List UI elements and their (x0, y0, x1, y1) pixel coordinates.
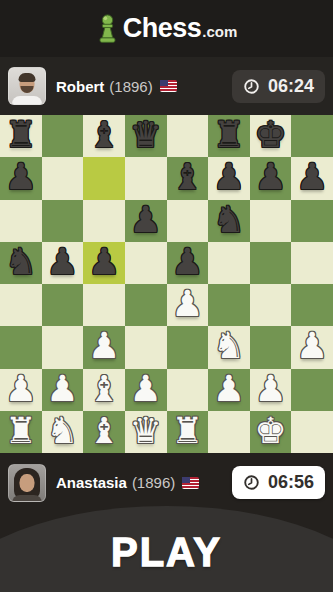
square-e4[interactable]: ♟ (167, 284, 209, 326)
square-g1[interactable]: ♚ (250, 411, 292, 453)
bottom-player-avatar[interactable] (8, 464, 46, 502)
square-g3[interactable] (250, 326, 292, 368)
square-g7[interactable]: ♟ (250, 157, 292, 199)
square-c7[interactable] (83, 157, 125, 199)
square-f6[interactable]: ♞ (208, 200, 250, 242)
piece-white-pawn[interactable]: ♟ (171, 286, 203, 322)
chess-app: Chess .com Robert (1896) 06:24 ♜♝♛♜♚♟♝♟♟… (0, 0, 333, 592)
lower-panel: Anastasia (1896) 06:56 PLAY (0, 453, 333, 592)
app-header: Chess .com (0, 0, 333, 57)
square-h6[interactable] (291, 200, 333, 242)
bottom-player-bar: Anastasia (1896) 06:56 (0, 453, 333, 512)
square-b5[interactable]: ♟ (42, 242, 84, 284)
square-a6[interactable] (0, 200, 42, 242)
square-e6[interactable] (167, 200, 209, 242)
piece-white-rook[interactable]: ♜ (5, 413, 37, 449)
square-f1[interactable] (208, 411, 250, 453)
piece-white-pawn[interactable]: ♟ (46, 371, 78, 407)
piece-white-king[interactable]: ♚ (254, 413, 286, 449)
square-c6[interactable] (83, 200, 125, 242)
square-a7[interactable]: ♟ (0, 157, 42, 199)
square-c1[interactable]: ♝ (83, 411, 125, 453)
clock-icon (243, 78, 260, 95)
piece-black-knight[interactable]: ♞ (5, 244, 37, 280)
square-g5[interactable] (250, 242, 292, 284)
square-b6[interactable] (42, 200, 84, 242)
piece-black-pawn[interactable]: ♟ (171, 244, 203, 280)
square-c2[interactable]: ♝ (83, 369, 125, 411)
square-c4[interactable] (83, 284, 125, 326)
square-d6[interactable]: ♟ (125, 200, 167, 242)
piece-black-bishop[interactable]: ♝ (88, 117, 120, 153)
square-c3[interactable]: ♟ (83, 326, 125, 368)
top-player-name: Robert (56, 78, 104, 95)
square-b3[interactable] (42, 326, 84, 368)
piece-black-pawn[interactable]: ♟ (88, 244, 120, 280)
square-c8[interactable]: ♝ (83, 115, 125, 157)
piece-white-pawn[interactable]: ♟ (5, 371, 37, 407)
square-h5[interactable] (291, 242, 333, 284)
square-h3[interactable]: ♟ (291, 326, 333, 368)
piece-white-bishop[interactable]: ♝ (88, 371, 120, 407)
brand-suffix: .com (202, 23, 237, 40)
square-f2[interactable]: ♟ (208, 369, 250, 411)
piece-black-pawn[interactable]: ♟ (296, 159, 328, 195)
piece-black-pawn[interactable]: ♟ (5, 159, 37, 195)
top-player-rating: (1896) (109, 78, 152, 95)
top-player-info[interactable]: Robert (1896) (56, 78, 177, 95)
piece-black-king[interactable]: ♚ (254, 117, 286, 153)
square-d2[interactable]: ♟ (125, 369, 167, 411)
square-h8[interactable] (291, 115, 333, 157)
piece-black-rook[interactable]: ♜ (213, 117, 245, 153)
piece-white-pawn[interactable]: ♟ (296, 328, 328, 364)
square-b1[interactable]: ♞ (42, 411, 84, 453)
square-g4[interactable] (250, 284, 292, 326)
bottom-player-rating: (1896) (132, 474, 175, 491)
play-button[interactable]: PLAY (111, 530, 222, 575)
piece-black-pawn[interactable]: ♟ (254, 159, 286, 195)
avatar-torso (12, 495, 42, 502)
piece-black-rook[interactable]: ♜ (5, 117, 37, 153)
square-g8[interactable]: ♚ (250, 115, 292, 157)
bottom-clock-time: 06:56 (268, 472, 314, 493)
avatar-torso (12, 96, 42, 105)
avatar-hair (19, 73, 36, 82)
square-h1[interactable] (291, 411, 333, 453)
top-player-clock: 06:24 (232, 70, 325, 103)
piece-black-knight[interactable]: ♞ (213, 202, 245, 238)
square-e8[interactable] (167, 115, 209, 157)
piece-black-pawn[interactable]: ♟ (213, 159, 245, 195)
square-f5[interactable] (208, 242, 250, 284)
bottom-player-clock: 06:56 (232, 466, 325, 499)
piece-white-bishop[interactable]: ♝ (88, 413, 120, 449)
top-player-avatar[interactable] (8, 67, 46, 105)
square-b4[interactable] (42, 284, 84, 326)
piece-white-pawn[interactable]: ♟ (213, 371, 245, 407)
piece-white-knight[interactable]: ♞ (46, 413, 78, 449)
square-d7[interactable] (125, 157, 167, 199)
square-d1[interactable]: ♛ (125, 411, 167, 453)
green-pawn-icon (96, 13, 119, 44)
square-g6[interactable] (250, 200, 292, 242)
piece-black-queen[interactable]: ♛ (130, 117, 162, 153)
square-e3[interactable] (167, 326, 209, 368)
square-e5[interactable]: ♟ (167, 242, 209, 284)
chess-board: ♜♝♛♜♚♟♝♟♟♟♟♞♞♟♟♟♟♟♞♟♟♟♝♟♟♟♜♞♝♛♜♚ (0, 115, 333, 453)
square-b2[interactable]: ♟ (42, 369, 84, 411)
square-a8[interactable]: ♜ (0, 115, 42, 157)
square-a2[interactable]: ♟ (0, 369, 42, 411)
square-d5[interactable] (125, 242, 167, 284)
bottom-player-name: Anastasia (56, 474, 127, 491)
piece-white-knight[interactable]: ♞ (213, 328, 245, 364)
square-h2[interactable] (291, 369, 333, 411)
top-player-bar: Robert (1896) 06:24 (0, 57, 333, 115)
us-flag-icon (160, 80, 177, 92)
us-flag-icon (182, 477, 199, 489)
piece-black-pawn[interactable]: ♟ (130, 202, 162, 238)
square-b8[interactable] (42, 115, 84, 157)
play-zone: PLAY (0, 512, 333, 592)
square-e2[interactable] (167, 369, 209, 411)
brand-text: Chess (123, 13, 202, 44)
square-a5[interactable]: ♞ (0, 242, 42, 284)
square-h7[interactable]: ♟ (291, 157, 333, 199)
square-a3[interactable] (0, 326, 42, 368)
square-h4[interactable] (291, 284, 333, 326)
top-clock-time: 06:24 (268, 76, 314, 97)
square-f7[interactable]: ♟ (208, 157, 250, 199)
piece-white-pawn[interactable]: ♟ (254, 371, 286, 407)
piece-white-rook[interactable]: ♜ (171, 413, 203, 449)
square-e1[interactable]: ♜ (167, 411, 209, 453)
piece-black-bishop[interactable]: ♝ (171, 159, 203, 195)
square-c5[interactable]: ♟ (83, 242, 125, 284)
piece-white-pawn[interactable]: ♟ (130, 371, 162, 407)
square-d4[interactable] (125, 284, 167, 326)
square-a1[interactable]: ♜ (0, 411, 42, 453)
piece-white-queen[interactable]: ♛ (130, 413, 162, 449)
square-d3[interactable] (125, 326, 167, 368)
piece-white-pawn[interactable]: ♟ (88, 328, 120, 364)
bottom-player-info[interactable]: Anastasia (1896) (56, 474, 199, 491)
piece-black-pawn[interactable]: ♟ (46, 244, 78, 280)
square-f3[interactable]: ♞ (208, 326, 250, 368)
chesscom-logo: Chess .com (96, 13, 238, 44)
square-d8[interactable]: ♛ (125, 115, 167, 157)
square-f4[interactable] (208, 284, 250, 326)
clock-icon (243, 474, 260, 491)
square-a4[interactable] (0, 284, 42, 326)
square-e7[interactable]: ♝ (167, 157, 209, 199)
square-g2[interactable]: ♟ (250, 369, 292, 411)
square-b7[interactable] (42, 157, 84, 199)
square-f8[interactable]: ♜ (208, 115, 250, 157)
avatar-face (20, 474, 35, 492)
